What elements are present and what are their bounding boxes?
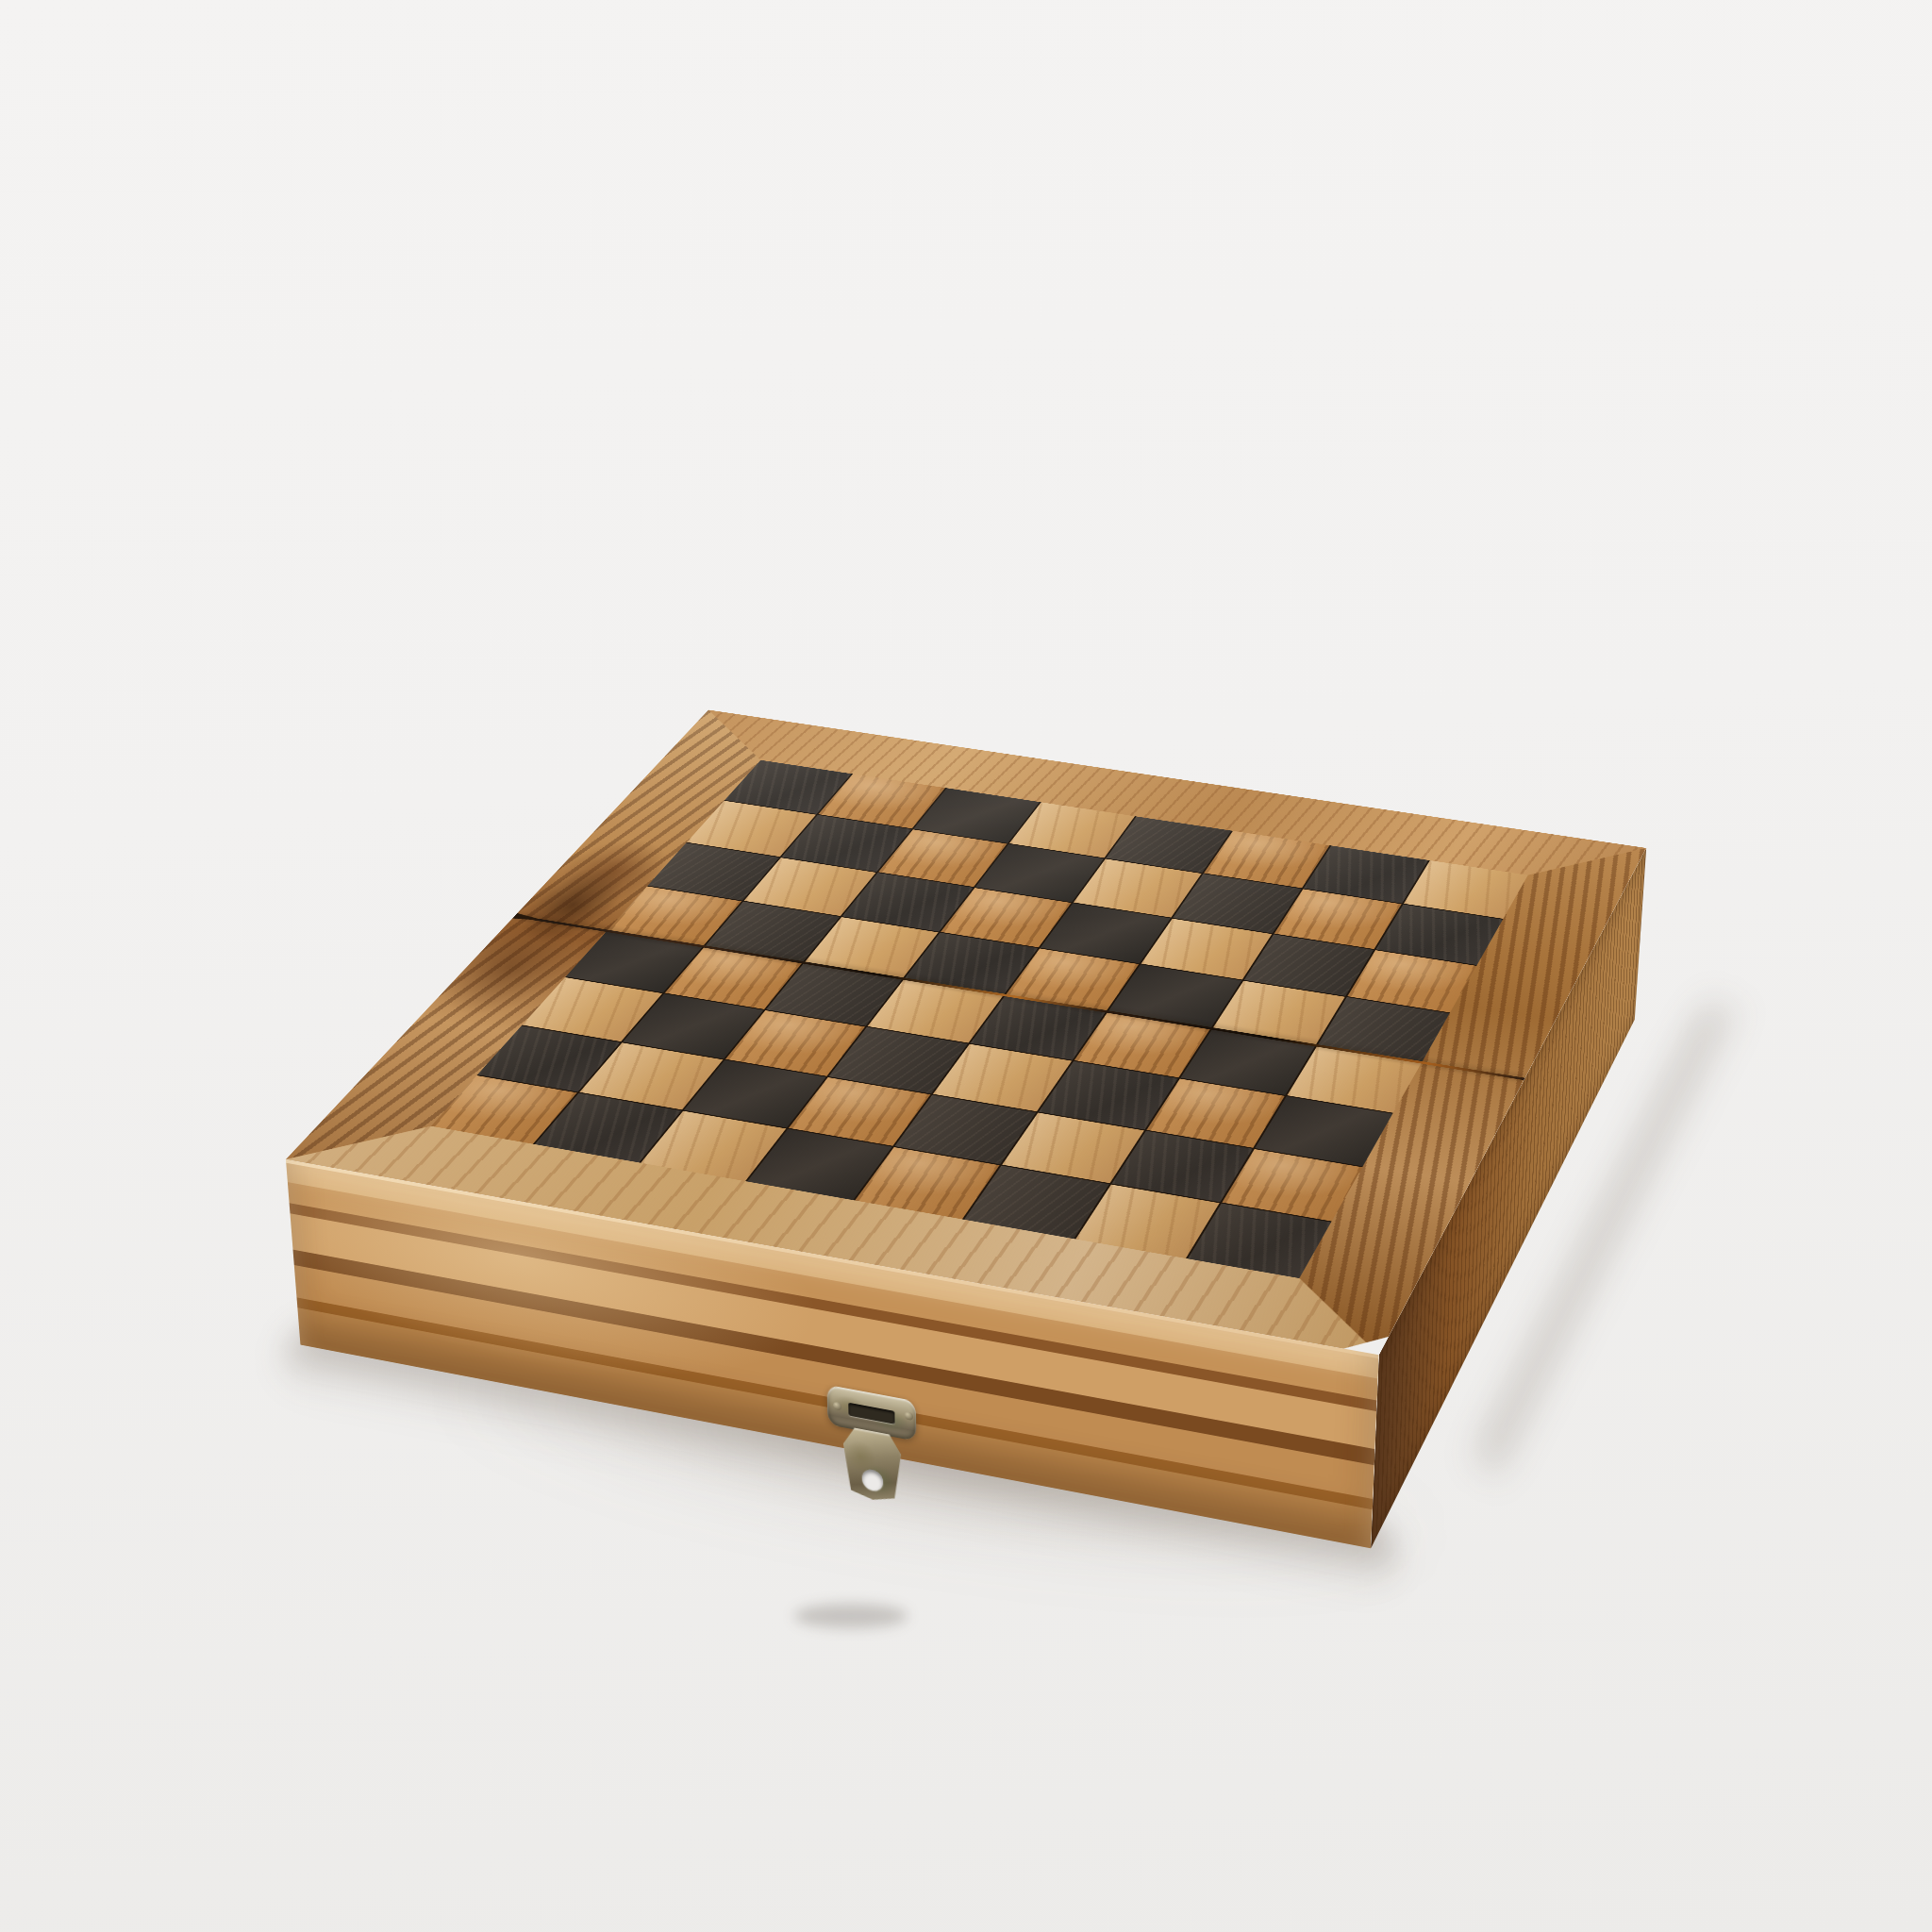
scene-3d xyxy=(0,0,1932,1932)
photo-stage xyxy=(0,0,1932,1932)
clasp-tab xyxy=(843,1425,902,1505)
clasp-tab-hole xyxy=(862,1468,884,1492)
clasp-latch xyxy=(815,1382,928,1532)
